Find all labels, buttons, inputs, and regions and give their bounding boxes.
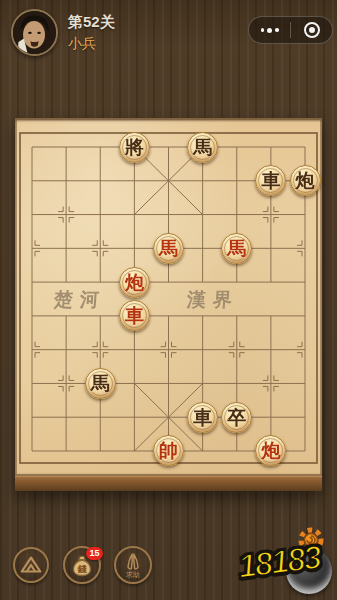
piece-black-卒[interactable]: 卒 bbox=[221, 402, 252, 433]
level-label: 第52关 bbox=[68, 13, 115, 32]
piece-red-炮[interactable]: 炮 bbox=[255, 435, 286, 466]
target-circle-icon bbox=[304, 22, 320, 38]
avatar-portrait bbox=[13, 11, 56, 54]
watermark-logo: 18183 bbox=[227, 526, 335, 598]
help-button[interactable]: 求助 bbox=[114, 546, 152, 584]
svg-text:錢: 錢 bbox=[77, 564, 88, 574]
piece-red-馬[interactable]: 馬 bbox=[153, 233, 184, 264]
player-avatar bbox=[11, 9, 58, 56]
board-edge-bevel bbox=[15, 476, 322, 491]
app-screen: 第52关 小兵 楚河 漢界 將馬車炮馬馬炮車馬車卒帥炮 bbox=[0, 0, 337, 600]
menu-button[interactable] bbox=[13, 547, 49, 583]
piece-red-炮[interactable]: 炮 bbox=[119, 267, 150, 298]
pieces-layer: 將馬車炮馬馬炮車馬車卒帥炮 bbox=[15, 118, 322, 476]
xiangqi-board: 楚河 漢界 將馬車炮馬馬炮車馬車卒帥炮 bbox=[15, 118, 322, 491]
coins-badge: 15 bbox=[86, 547, 103, 560]
piece-black-馬[interactable]: 馬 bbox=[187, 132, 218, 163]
piece-black-車[interactable]: 車 bbox=[255, 165, 286, 196]
piece-black-將[interactable]: 將 bbox=[119, 132, 150, 163]
more-button[interactable] bbox=[249, 17, 290, 43]
praying-hands-icon bbox=[123, 552, 143, 571]
piece-red-馬[interactable]: 馬 bbox=[221, 233, 252, 264]
chevron-up-icon bbox=[18, 552, 44, 578]
help-label: 求助 bbox=[126, 572, 140, 579]
stage-label: 小兵 bbox=[68, 35, 96, 53]
piece-black-車[interactable]: 車 bbox=[187, 402, 218, 433]
exit-button[interactable] bbox=[291, 17, 332, 43]
more-dots-icon bbox=[261, 28, 279, 33]
piece-black-炮[interactable]: 炮 bbox=[290, 165, 321, 196]
piece-black-馬[interactable]: 馬 bbox=[85, 368, 116, 399]
coins-button[interactable]: 錢 15 bbox=[63, 546, 101, 584]
piece-red-車[interactable]: 車 bbox=[119, 300, 150, 331]
wechat-capsule bbox=[248, 16, 333, 44]
board-face[interactable]: 楚河 漢界 將馬車炮馬馬炮車馬車卒帥炮 bbox=[15, 118, 322, 476]
piece-red-帥[interactable]: 帥 bbox=[153, 435, 184, 466]
